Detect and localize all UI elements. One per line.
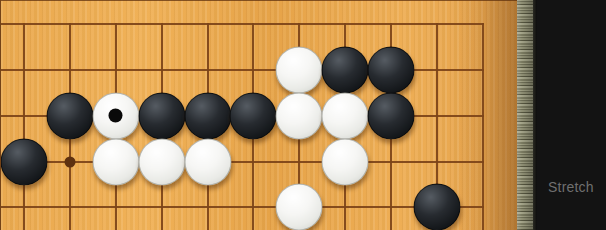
black-stone [322,46,369,93]
white-stone [184,138,231,185]
white-stone [276,46,323,93]
white-stone [276,92,323,139]
black-stone [46,92,93,139]
board-side-edge [517,0,533,230]
black-stone [184,92,231,139]
white-stone [138,138,185,185]
side-panel: Stretch [537,0,606,230]
last-move-marker [109,109,123,123]
star-point [64,156,75,167]
white-stone [322,138,369,185]
grid-line [1,23,484,25]
black-stone [230,92,277,139]
black-stone [368,92,415,139]
white-stone [322,92,369,139]
grid-line [23,23,25,230]
black-stone [413,184,460,230]
grid-line [1,206,484,208]
white-stone [276,184,323,230]
grid-line [482,23,484,230]
black-stone [368,46,415,93]
go-app-viewport: Stretch [0,0,606,230]
black-stone [1,138,48,185]
white-stone [92,92,139,139]
black-stone [138,92,185,139]
stretch-mode-label[interactable]: Stretch [548,179,594,196]
go-board[interactable] [0,0,517,230]
white-stone [92,138,139,185]
